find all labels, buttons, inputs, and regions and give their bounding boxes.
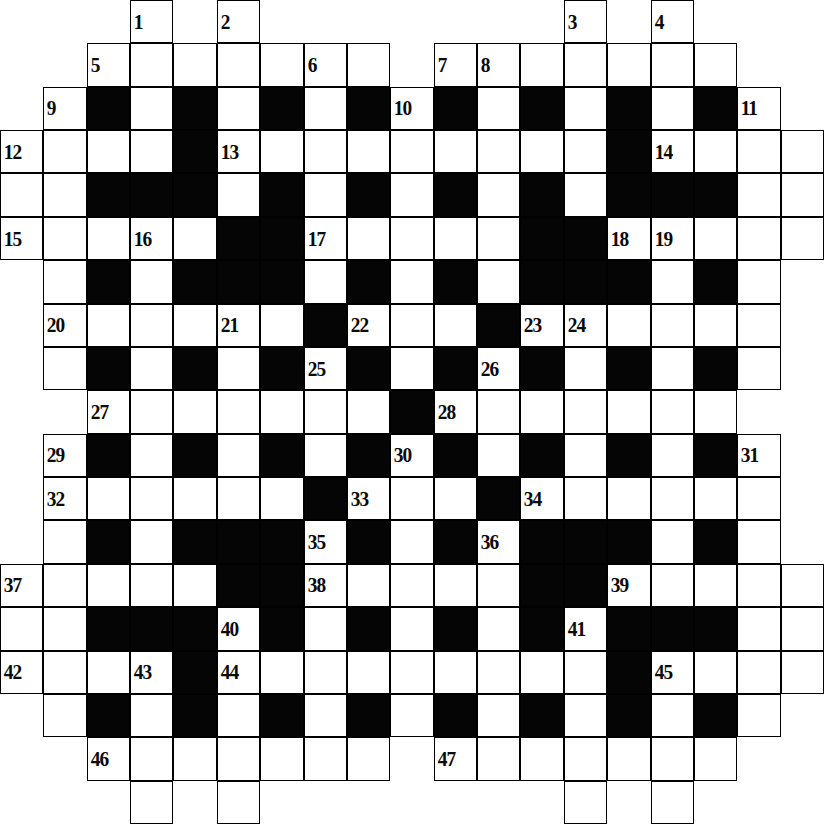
cell-r10-c9[interactable]: 30 (390, 434, 433, 477)
black-cell-r4-c4 (173, 173, 216, 216)
cell-r5-c18[interactable] (781, 217, 824, 260)
cell-r13-c2[interactable] (87, 564, 130, 607)
cell-r16-c1[interactable] (43, 694, 86, 737)
cell-r3-c18[interactable] (781, 130, 824, 173)
cell-r5-c0[interactable]: 15 (0, 217, 43, 260)
cell-r6-c15[interactable] (651, 260, 694, 303)
cell-r16-c15[interactable] (651, 694, 694, 737)
cell-r13-c7[interactable]: 38 (304, 564, 347, 607)
cell-r15-c3[interactable]: 43 (130, 651, 173, 694)
cell-r14-c9[interactable] (390, 607, 433, 650)
cell-r17-c14[interactable] (607, 737, 650, 780)
cell-r13-c9[interactable] (390, 564, 433, 607)
cell-r17-c2[interactable]: 46 (87, 737, 130, 780)
cell-r14-c18[interactable] (781, 607, 824, 650)
cell-r14-c11[interactable] (477, 607, 520, 650)
cell-r10-c5[interactable] (217, 434, 260, 477)
clue-number-19: 19 (652, 228, 672, 250)
cell-r15-c6[interactable] (260, 651, 303, 694)
cell-r5-c8[interactable] (347, 217, 390, 260)
black-cell-r4-c8 (347, 173, 390, 216)
clue-number-12: 12 (1, 141, 21, 163)
cell-r15-c2[interactable] (87, 651, 130, 694)
cell-r11-c8[interactable]: 33 (347, 477, 390, 520)
cell-r11-c1[interactable]: 32 (43, 477, 86, 520)
black-cell-r9-c9 (390, 390, 433, 433)
cell-r4-c11[interactable] (477, 173, 520, 216)
cell-r9-c12[interactable] (520, 390, 563, 433)
cell-r10-c11[interactable] (477, 434, 520, 477)
clue-number-40: 40 (218, 618, 238, 640)
outside-area (0, 520, 43, 563)
cell-r17-c13[interactable] (564, 737, 607, 780)
cell-r2-c13[interactable] (564, 87, 607, 130)
cell-r13-c18[interactable] (781, 564, 824, 607)
black-cell-r2-c2 (87, 87, 130, 130)
cell-r8-c17[interactable] (737, 347, 780, 390)
cell-r3-c6[interactable] (260, 130, 303, 173)
cell-r13-c11[interactable] (477, 564, 520, 607)
cell-r11-c15[interactable] (651, 477, 694, 520)
black-cell-r2-c4 (173, 87, 216, 130)
clue-number-35: 35 (305, 531, 325, 553)
clue-number-7: 7 (435, 54, 446, 76)
clue-number-25: 25 (305, 358, 325, 380)
black-cell-r8-c4 (173, 347, 216, 390)
cell-r14-c5[interactable]: 40 (217, 607, 260, 650)
cell-r10-c1[interactable]: 29 (43, 434, 86, 477)
outside-area (43, 781, 86, 824)
cell-r15-c8[interactable] (347, 651, 390, 694)
black-cell-r4-c6 (260, 173, 303, 216)
cell-r7-c4[interactable] (173, 304, 216, 347)
clue-number-42: 42 (1, 661, 21, 683)
cell-r16-c3[interactable] (130, 694, 173, 737)
clue-number-15: 15 (1, 228, 21, 250)
cell-r15-c11[interactable] (477, 651, 520, 694)
outside-area (0, 0, 43, 43)
cell-r5-c15[interactable]: 19 (651, 217, 694, 260)
clue-number-4: 4 (652, 11, 663, 33)
cell-r1-c5[interactable] (217, 43, 260, 86)
outside-area (87, 0, 130, 43)
cell-r5-c1[interactable] (43, 217, 86, 260)
clue-number-31: 31 (738, 444, 758, 466)
cell-r10-c13[interactable] (564, 434, 607, 477)
cell-r15-c13[interactable] (564, 651, 607, 694)
black-cell-r16-c10 (434, 694, 477, 737)
outside-area (477, 0, 520, 43)
cell-r15-c5[interactable]: 44 (217, 651, 260, 694)
outside-area (173, 0, 216, 43)
clue-number-46: 46 (88, 748, 108, 770)
cell-r11-c4[interactable] (173, 477, 216, 520)
cell-r2-c1[interactable]: 9 (43, 87, 86, 130)
cell-r1-c6[interactable] (260, 43, 303, 86)
black-cell-r16-c6 (260, 694, 303, 737)
cell-r7-c12[interactable]: 23 (520, 304, 563, 347)
cell-r4-c1[interactable] (43, 173, 86, 216)
cell-r6-c1[interactable] (43, 260, 86, 303)
clue-number-17: 17 (305, 228, 325, 250)
black-cell-r2-c12 (520, 87, 563, 130)
cell-r6-c3[interactable] (130, 260, 173, 303)
clue-number-37: 37 (1, 574, 21, 596)
cell-r17-c16[interactable] (694, 737, 737, 780)
outside-area (0, 87, 43, 130)
cell-r3-c5[interactable]: 13 (217, 130, 260, 173)
cell-r11-c6[interactable] (260, 477, 303, 520)
cell-r11-c9[interactable] (390, 477, 433, 520)
cell-r1-c12[interactable] (520, 43, 563, 86)
clue-number-39: 39 (608, 574, 628, 596)
cell-r15-c1[interactable] (43, 651, 86, 694)
cell-r5-c7[interactable]: 17 (304, 217, 347, 260)
cell-r13-c1[interactable] (43, 564, 86, 607)
cell-r11-c14[interactable] (607, 477, 650, 520)
cell-r14-c0[interactable] (0, 607, 43, 650)
black-cell-r14-c2 (87, 607, 130, 650)
black-cell-r4-c3 (130, 173, 173, 216)
cell-r8-c15[interactable] (651, 347, 694, 390)
black-cell-r16-c2 (87, 694, 130, 737)
cell-r5-c17[interactable] (737, 217, 780, 260)
outside-area (781, 260, 824, 303)
black-cell-r10-c2 (87, 434, 130, 477)
black-cell-r6-c8 (347, 260, 390, 303)
black-cell-r7-c7 (304, 304, 347, 347)
cell-r7-c9[interactable] (390, 304, 433, 347)
clue-number-33: 33 (348, 488, 368, 510)
cell-r15-c0[interactable]: 42 (0, 651, 43, 694)
black-cell-r14-c4 (173, 607, 216, 650)
cell-r1-c14[interactable] (607, 43, 650, 86)
outside-area (434, 781, 477, 824)
cell-r0-c13[interactable]: 3 (564, 0, 607, 43)
cell-r1-c3[interactable] (130, 43, 173, 86)
clue-number-9: 9 (44, 97, 55, 119)
cell-r5-c9[interactable] (390, 217, 433, 260)
cell-r18-c3[interactable] (130, 781, 173, 824)
cell-r12-c3[interactable] (130, 520, 173, 563)
cell-r13-c15[interactable] (651, 564, 694, 607)
cell-r5-c16[interactable] (694, 217, 737, 260)
cell-r4-c0[interactable] (0, 173, 43, 216)
cell-r3-c1[interactable] (43, 130, 86, 173)
black-cell-r13-c13 (564, 564, 607, 607)
clue-number-41: 41 (565, 618, 585, 640)
cell-r6-c11[interactable] (477, 260, 520, 303)
cell-r9-c10[interactable]: 28 (434, 390, 477, 433)
cell-r14-c7[interactable] (304, 607, 347, 650)
cell-r4-c18[interactable] (781, 173, 824, 216)
clue-number-6: 6 (305, 54, 316, 76)
cell-r3-c11[interactable] (477, 130, 520, 173)
cell-r12-c17[interactable] (737, 520, 780, 563)
cell-r7-c6[interactable] (260, 304, 303, 347)
cell-r17-c8[interactable] (347, 737, 390, 780)
black-cell-r3-c4 (173, 130, 216, 173)
cell-r8-c11[interactable]: 26 (477, 347, 520, 390)
cell-r2-c15[interactable] (651, 87, 694, 130)
cell-r12-c1[interactable] (43, 520, 86, 563)
outside-area (781, 87, 824, 130)
cell-r16-c7[interactable] (304, 694, 347, 737)
cell-r17-c5[interactable] (217, 737, 260, 780)
cell-r17-c12[interactable] (520, 737, 563, 780)
black-cell-r6-c14 (607, 260, 650, 303)
black-cell-r4-c12 (520, 173, 563, 216)
clue-number-45: 45 (652, 661, 672, 683)
cell-r9-c6[interactable] (260, 390, 303, 433)
cell-r7-c13[interactable]: 24 (564, 304, 607, 347)
black-cell-r14-c12 (520, 607, 563, 650)
cell-r11-c17[interactable] (737, 477, 780, 520)
cell-r11-c3[interactable] (130, 477, 173, 520)
cell-r7-c16[interactable] (694, 304, 737, 347)
cell-r9-c16[interactable] (694, 390, 737, 433)
cell-r13-c10[interactable] (434, 564, 477, 607)
cell-r15-c18[interactable] (781, 651, 824, 694)
cell-r9-c2[interactable]: 27 (87, 390, 130, 433)
cell-r3-c3[interactable] (130, 130, 173, 173)
cell-r10-c7[interactable] (304, 434, 347, 477)
cell-r13-c3[interactable] (130, 564, 173, 607)
cell-r5-c10[interactable] (434, 217, 477, 260)
cell-r5-c14[interactable]: 18 (607, 217, 650, 260)
cell-r9-c3[interactable] (130, 390, 173, 433)
cell-r17-c10[interactable]: 47 (434, 737, 477, 780)
cell-r16-c17[interactable] (737, 694, 780, 737)
cell-r5-c2[interactable] (87, 217, 130, 260)
cell-r8-c5[interactable] (217, 347, 260, 390)
cell-r6-c9[interactable] (390, 260, 433, 303)
outside-area (781, 520, 824, 563)
cell-r1-c2[interactable]: 5 (87, 43, 130, 86)
black-cell-r15-c14 (607, 651, 650, 694)
cell-r9-c13[interactable] (564, 390, 607, 433)
outside-area (477, 781, 520, 824)
clue-number-5: 5 (88, 54, 99, 76)
cell-r5-c11[interactable] (477, 217, 520, 260)
cell-r1-c15[interactable] (651, 43, 694, 86)
outside-area (781, 694, 824, 737)
cell-r12-c11[interactable]: 36 (477, 520, 520, 563)
cell-r3-c16[interactable] (694, 130, 737, 173)
cell-r4-c9[interactable] (390, 173, 433, 216)
outside-area (781, 737, 824, 780)
cell-r0-c5[interactable]: 2 (217, 0, 260, 43)
cell-r4-c7[interactable] (304, 173, 347, 216)
cell-r13-c16[interactable] (694, 564, 737, 607)
black-cell-r16-c16 (694, 694, 737, 737)
cell-r13-c8[interactable] (347, 564, 390, 607)
cell-r4-c13[interactable] (564, 173, 607, 216)
cell-r7-c14[interactable] (607, 304, 650, 347)
cell-r17-c6[interactable] (260, 737, 303, 780)
outside-area (781, 434, 824, 477)
outside-area (781, 347, 824, 390)
cell-r13-c17[interactable] (737, 564, 780, 607)
cell-r4-c5[interactable] (217, 173, 260, 216)
outside-area (0, 737, 43, 780)
cell-r8-c9[interactable] (390, 347, 433, 390)
cell-r2-c5[interactable] (217, 87, 260, 130)
cell-r9-c7[interactable] (304, 390, 347, 433)
cell-r5-c4[interactable] (173, 217, 216, 260)
cell-r15-c9[interactable] (390, 651, 433, 694)
cell-r10-c17[interactable]: 31 (737, 434, 780, 477)
cell-r1-c10[interactable]: 7 (434, 43, 477, 86)
cell-r8-c1[interactable] (43, 347, 86, 390)
cell-r5-c3[interactable]: 16 (130, 217, 173, 260)
black-cell-r8-c10 (434, 347, 477, 390)
cell-r2-c7[interactable] (304, 87, 347, 130)
cell-r9-c14[interactable] (607, 390, 650, 433)
outside-area (0, 390, 43, 433)
cell-r12-c15[interactable] (651, 520, 694, 563)
cell-r10-c15[interactable] (651, 434, 694, 477)
cell-r18-c13[interactable] (564, 781, 607, 824)
black-cell-r13-c12 (520, 564, 563, 607)
cell-r10-c3[interactable] (130, 434, 173, 477)
cell-r15-c7[interactable] (304, 651, 347, 694)
cell-r14-c1[interactable] (43, 607, 86, 650)
cell-r8-c7[interactable]: 25 (304, 347, 347, 390)
cell-r13-c14[interactable]: 39 (607, 564, 650, 607)
cell-r16-c5[interactable] (217, 694, 260, 737)
cell-r11-c10[interactable] (434, 477, 477, 520)
cell-r2-c17[interactable]: 11 (737, 87, 780, 130)
cell-r2-c9[interactable]: 10 (390, 87, 433, 130)
black-cell-r16-c12 (520, 694, 563, 737)
cell-r3-c15[interactable]: 14 (651, 130, 694, 173)
cell-r15-c17[interactable] (737, 651, 780, 694)
cell-r3-c0[interactable]: 12 (0, 130, 43, 173)
black-cell-r2-c14 (607, 87, 650, 130)
cell-r3-c7[interactable] (304, 130, 347, 173)
cell-r16-c9[interactable] (390, 694, 433, 737)
cell-r7-c2[interactable] (87, 304, 130, 347)
outside-area (0, 43, 43, 86)
cell-r7-c3[interactable] (130, 304, 173, 347)
cell-r9-c15[interactable] (651, 390, 694, 433)
cell-r3-c17[interactable] (737, 130, 780, 173)
cell-r9-c8[interactable] (347, 390, 390, 433)
black-cell-r6-c5 (217, 260, 260, 303)
cell-r16-c13[interactable] (564, 694, 607, 737)
cell-r4-c17[interactable] (737, 173, 780, 216)
cell-r15-c12[interactable] (520, 651, 563, 694)
cell-r7-c10[interactable] (434, 304, 477, 347)
cell-r3-c13[interactable] (564, 130, 607, 173)
outside-area (520, 781, 563, 824)
cell-r18-c5[interactable] (217, 781, 260, 824)
cell-r1-c7[interactable]: 6 (304, 43, 347, 86)
cell-r7-c1[interactable]: 20 (43, 304, 86, 347)
outside-area (390, 781, 433, 824)
cell-r13-c0[interactable]: 37 (0, 564, 43, 607)
cell-r3-c10[interactable] (434, 130, 477, 173)
cell-r3-c9[interactable] (390, 130, 433, 173)
cell-r17-c11[interactable] (477, 737, 520, 780)
clue-number-23: 23 (521, 314, 541, 336)
cell-r17-c15[interactable] (651, 737, 694, 780)
cell-r0-c3[interactable]: 1 (130, 0, 173, 43)
cell-r13-c4[interactable] (173, 564, 216, 607)
cell-r3-c2[interactable] (87, 130, 130, 173)
outside-area (260, 0, 303, 43)
cell-r8-c13[interactable] (564, 347, 607, 390)
cell-r7-c8[interactable]: 22 (347, 304, 390, 347)
cell-r11-c5[interactable] (217, 477, 260, 520)
cell-r1-c4[interactable] (173, 43, 216, 86)
cell-r15-c16[interactable] (694, 651, 737, 694)
cell-r14-c17[interactable] (737, 607, 780, 650)
cell-r17-c3[interactable] (130, 737, 173, 780)
cell-r8-c3[interactable] (130, 347, 173, 390)
cell-r1-c16[interactable] (694, 43, 737, 86)
cell-r9-c5[interactable] (217, 390, 260, 433)
outside-area (87, 781, 130, 824)
cell-r1-c11[interactable]: 8 (477, 43, 520, 86)
cell-r12-c9[interactable] (390, 520, 433, 563)
cell-r1-c13[interactable] (564, 43, 607, 86)
cell-r3-c8[interactable] (347, 130, 390, 173)
cell-r16-c11[interactable] (477, 694, 520, 737)
cell-r18-c15[interactable] (651, 781, 694, 824)
cell-r11-c13[interactable] (564, 477, 607, 520)
cell-r11-c2[interactable] (87, 477, 130, 520)
cell-r14-c13[interactable]: 41 (564, 607, 607, 650)
cell-r2-c3[interactable] (130, 87, 173, 130)
cell-r9-c4[interactable] (173, 390, 216, 433)
cell-r7-c17[interactable] (737, 304, 780, 347)
outside-area (737, 737, 780, 780)
outside-area (0, 347, 43, 390)
clue-number-34: 34 (521, 488, 541, 510)
cell-r9-c11[interactable] (477, 390, 520, 433)
cell-r17-c4[interactable] (173, 737, 216, 780)
cell-r2-c11[interactable] (477, 87, 520, 130)
cell-r6-c7[interactable] (304, 260, 347, 303)
black-cell-r5-c13 (564, 217, 607, 260)
black-cell-r2-c6 (260, 87, 303, 130)
cell-r11-c16[interactable] (694, 477, 737, 520)
black-cell-r14-c10 (434, 607, 477, 650)
black-cell-r10-c4 (173, 434, 216, 477)
cell-r15-c15[interactable]: 45 (651, 651, 694, 694)
outside-area (781, 781, 824, 824)
black-cell-r5-c12 (520, 217, 563, 260)
black-cell-r6-c13 (564, 260, 607, 303)
cell-r15-c10[interactable] (434, 651, 477, 694)
outside-area (0, 781, 43, 824)
cell-r7-c15[interactable] (651, 304, 694, 347)
outside-area (694, 0, 737, 43)
cell-r17-c7[interactable] (304, 737, 347, 780)
black-cell-r2-c16 (694, 87, 737, 130)
cell-r6-c17[interactable] (737, 260, 780, 303)
cell-r0-c15[interactable]: 4 (651, 0, 694, 43)
cell-r3-c12[interactable] (520, 130, 563, 173)
cell-r1-c8[interactable] (347, 43, 390, 86)
cell-r12-c7[interactable]: 35 (304, 520, 347, 563)
cell-r7-c5[interactable]: 21 (217, 304, 260, 347)
outside-area (390, 43, 433, 86)
cell-r11-c12[interactable]: 34 (520, 477, 563, 520)
black-cell-r4-c16 (694, 173, 737, 216)
